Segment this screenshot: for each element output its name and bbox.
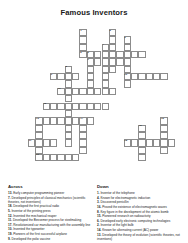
grid-cell-r7c10[interactable] [102,80,109,87]
grid-cell-r6c14[interactable] [131,73,138,80]
down-clue-text: Developed the theory of evolution (scien… [97,233,180,241]
grid-cell-r0c7[interactable] [79,29,86,36]
grid-cell-r3c8[interactable] [87,51,94,58]
down-clue-4: 4. Known for electromagnetic induction [97,196,183,200]
down-clue-text: Inventor of the light bulb [100,223,133,227]
grid-cell-r10c9[interactable] [94,103,101,110]
grid-cell-r6c5[interactable] [65,73,72,80]
grid-cell-r3c10[interactable] [102,51,109,58]
grid-cell-r4c11[interactable] [109,58,116,65]
grid-cell-r8c4[interactable] [57,88,64,95]
across-clue-text: Invented the typewriter [13,227,44,231]
grid-cell-r5c5[interactable] [65,66,72,73]
down-header: Down [97,184,183,190]
down-clue-13: 13. Developed the theory of evolution (s… [97,233,183,241]
down-clue-14: 14. Known for alternating current (AC) p… [97,228,183,232]
down-clue-1: 1. Inventor of the telephone [97,191,183,195]
across-clue-11: 11. Developed the Bessemer process for s… [8,218,94,222]
grid-cell-r6c16[interactable] [146,73,153,80]
grid-cell-r14c1[interactable] [35,132,42,139]
across-clue-7: 7. Developed principles of classical mec… [8,196,94,204]
down-clue-8: 8. Key figure in the development of the … [97,210,183,214]
grid-cell-r15c3[interactable] [50,139,57,146]
grid-cell-r2c11[interactable] [109,44,116,51]
grid-cell-r3c15[interactable] [138,51,145,58]
across-clue-17: 17. Revolutionized car manufacturing wit… [8,223,94,227]
across-clue-text: Revolutionized car manufacturing with th… [13,223,90,227]
grid-cell-r17c5[interactable] [65,154,72,161]
grid-cell-r12c18[interactable] [160,117,167,124]
grid-cell-r14c18[interactable] [160,132,167,139]
across-clue-text: Developed the polio vaccine [11,237,50,241]
grid-cell-r12c7[interactable] [79,117,86,124]
grid-cell-r7c5[interactable] [65,80,72,87]
grid-cell-r8c6[interactable] [72,88,79,95]
grid-cell-r12c6[interactable] [72,117,79,124]
down-clue-15: 15. Pioneered research on radioactivity [97,214,183,218]
page-title: Famous Inventors [0,8,188,17]
grid-cell-r3c13[interactable] [124,51,131,58]
grid-cell-r6c17[interactable] [153,73,160,80]
grid-cell-r15c17[interactable] [153,139,160,146]
grid-cell-r13c5[interactable] [65,125,72,132]
grid-cell-r3c14[interactable] [131,51,138,58]
grid-cell-r15c7[interactable] [79,139,86,146]
grid-cell-r6c4[interactable] [57,73,64,80]
grid-cell-r15c15[interactable] [138,139,145,146]
down-clue-3: 3. Discovered penicillin [97,200,183,204]
down-clue-text: Inventor of the telephone [100,191,134,195]
across-clue-text: Developed principles of classical mechan… [8,196,86,204]
grid-cell-r6c13[interactable] [124,73,131,80]
grid-cell-r11c5[interactable] [65,110,72,117]
grid-cell-r14c15[interactable] [138,132,145,139]
grid-cell-r2c7[interactable] [79,44,86,51]
grid-cell-r12c1[interactable] [35,117,42,124]
across-clue-text: Developed the first practical radio [13,204,59,208]
grid-cell-r6c3[interactable] [50,73,57,80]
grid-cell-r9c5[interactable] [65,95,72,102]
down-clue-16: 16. Proved the existence of electromagne… [97,205,183,209]
grid-cell-r10c5[interactable] [65,103,72,110]
grid-cell-r12c3[interactable] [50,117,57,124]
grid-cell-r16c7[interactable] [79,147,86,154]
grid-cell-r15c2[interactable] [43,139,50,146]
grid-cell-r13c18[interactable] [160,125,167,132]
grid-cell-r0c11[interactable] [109,29,116,36]
grid-cell-r17c15[interactable] [138,154,145,161]
down-clue-text: Discovered penicillin [100,200,128,204]
across-clue-text: Invented the mechanical reaper [13,214,56,218]
grid-cell-r5c8[interactable] [87,66,94,73]
grid-cell-r4c13[interactable] [124,58,131,65]
grid-cell-r3c9[interactable] [94,51,101,58]
grid-cell-r17c6[interactable] [72,154,79,161]
down-clue-text: Known for electromagnetic induction [100,196,150,200]
across-clue-12: 12. Invented the mechanical reaper [8,214,94,218]
grid-cell-r4c9[interactable] [94,58,101,65]
grid-cell-r4c8[interactable] [87,58,94,65]
grid-cell-r10c2[interactable] [43,103,50,110]
grid-cell-r5c10[interactable] [102,66,109,73]
grid-cell-r10c3[interactable] [50,103,57,110]
across-clue-13: 13. Early computer programming pioneer [8,191,94,195]
grid-cell-r8c5[interactable] [65,88,72,95]
down-clue-text: Proved the existence of electromagnetic … [102,205,167,209]
down-clue-text: Developed early electronic computing tec… [100,219,170,223]
down-clue-text: Known for alternating current (AC) power [102,228,158,232]
grid-cell-r12c8[interactable] [87,117,94,124]
grid-cell-r6c10[interactable] [102,73,109,80]
grid-cell-r16c18[interactable] [160,147,167,154]
down-clue-text: Key figure in the development of the ato… [100,210,168,214]
across-clue-text: Pioneers of the first successful airplan… [13,232,67,236]
across-clue-5: 5. Inventor of the printing press [8,209,94,213]
grid-cell-r16c1[interactable] [35,147,42,154]
across-clue-text: Inventor of the printing press [11,209,50,213]
grid-cell-r10c7[interactable] [79,103,86,110]
grid-cell-r4c10[interactable] [102,58,109,65]
grid-cell-r8c8[interactable] [87,88,94,95]
grid-cell-r4c12[interactable] [116,58,123,65]
grid-cell-r2c10[interactable] [102,44,109,51]
grid-cell-r6c8[interactable] [87,73,94,80]
grid-cell-r15c13[interactable] [124,139,131,146]
grid-cell-r7c8[interactable] [87,80,94,87]
grid-cell-r17c1[interactable] [35,154,42,161]
grid-cell-r15c18[interactable] [160,139,167,146]
grid-cell-r10c8[interactable] [87,103,94,110]
across-clue-18: 18. Developed the first practical radio [8,204,94,208]
grid-cell-r13c7[interactable] [79,125,86,132]
grid-cell-r13c1[interactable] [35,125,42,132]
grid-cell-r17c4[interactable] [57,154,64,161]
grid-cell-r1c7[interactable] [79,36,86,43]
down-clue-list: 1. Inventor of the telephone4. Known for… [97,191,183,241]
grid-cell-r3c7[interactable] [79,51,86,58]
grid-cell-r14c5[interactable] [65,132,72,139]
grid-cell-r7c13[interactable] [124,80,131,87]
grid-cell-r15c14[interactable] [131,139,138,146]
grid-cell-r3c11[interactable] [109,51,116,58]
across-header: Across [8,184,94,190]
grid-cell-r12c2[interactable] [43,117,50,124]
across-clue-text: Developed the Bessemer process for steel… [13,218,81,222]
grid-cell-r17c2[interactable] [43,154,50,161]
grid-cell-r17c3[interactable] [50,154,57,161]
grid-cell-r3c12[interactable] [116,51,123,58]
crossword-grid: 12345678910111213141516171819 [28,29,176,162]
grid-cell-r2c13[interactable] [124,44,131,51]
grid-cell-r15c1[interactable] [35,139,42,146]
grid-cell-r15c0[interactable] [28,139,35,146]
grid-cell-r16c15[interactable] [138,147,145,154]
grid-cell-r15c19[interactable] [168,139,175,146]
grid-cell-r12c5[interactable] [65,117,72,124]
grid-cell-r6c18[interactable] [160,73,167,80]
grid-cell-r15c5[interactable] [65,139,72,146]
across-clue-text: Early computer programming pioneer [13,191,64,195]
grid-cell-r8c7[interactable] [79,88,86,95]
grid-cell-r8c11[interactable] [109,88,116,95]
down-clues-section: Down 1. Inventor of the telephone4. Know… [97,184,183,241]
down-clue-text: Pioneered research on radioactivity [102,214,151,218]
grid-cell-r6c15[interactable] [138,73,145,80]
grid-cell-r5c13[interactable] [124,66,131,73]
grid-cell-r10c10[interactable] [102,103,109,110]
grid-cell-r6c6[interactable] [72,73,79,80]
grid-cell-r1c11[interactable] [109,36,116,43]
across-clue-19: 19. Pioneers of the first successful air… [8,232,94,236]
down-clue-2: 2. Inventor of the light bulb [97,223,183,227]
across-clue-list: 13. Early computer programming pioneer7.… [8,191,94,241]
across-clue-9: 9. Developed the polio vaccine [8,237,94,241]
grid-cell-r14c7[interactable] [79,132,86,139]
grid-cell-r1c13[interactable] [124,36,131,43]
grid-cell-r10c4[interactable] [57,103,64,110]
grid-cell-r12c4[interactable] [57,117,64,124]
grid-cell-r8c9[interactable] [94,88,101,95]
grid-cell-r15c16[interactable] [146,139,153,146]
across-clues-section: Across 13. Early computer programming pi… [8,184,94,241]
grid-cell-r5c11[interactable] [109,66,116,73]
grid-cell-r13c15[interactable] [138,125,145,132]
down-clue-6: 6. Developed early electronic computing … [97,219,183,223]
grid-cell-r10c6[interactable] [72,103,79,110]
grid-cell-r8c10[interactable] [102,88,109,95]
across-clue-10: 10. Invented the typewriter [8,227,94,231]
